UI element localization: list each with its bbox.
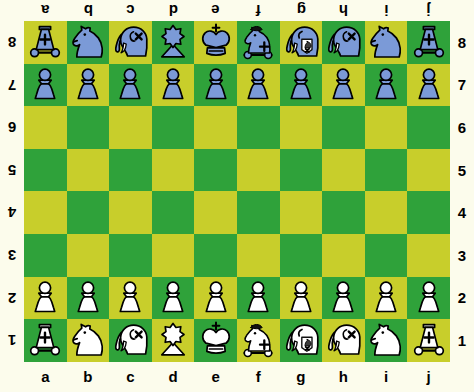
blue-elephant-piece[interactable] <box>323 22 363 62</box>
square-h7[interactable] <box>322 64 365 107</box>
square-b1[interactable] <box>67 319 110 362</box>
blue-warmachine-piece[interactable] <box>25 22 65 62</box>
board <box>24 21 450 362</box>
blue-elephant-piece[interactable] <box>110 22 150 62</box>
square-f6[interactable] <box>237 106 280 149</box>
file-label-bottom-j: j <box>407 361 450 392</box>
square-e2[interactable] <box>194 277 237 320</box>
blue-king-piece[interactable] <box>196 22 236 62</box>
file-label-bottom-i: i <box>365 361 408 392</box>
square-b3[interactable] <box>67 234 110 277</box>
square-g7[interactable] <box>280 64 323 107</box>
square-b7[interactable] <box>67 64 110 107</box>
blue-pawn-piece[interactable] <box>238 65 278 105</box>
white-priestess-piece[interactable] <box>281 320 321 360</box>
rank-label-right-3: 3 <box>450 234 474 277</box>
white-pawn-piece[interactable] <box>409 278 449 318</box>
rank-label-left-7: 7 <box>0 64 24 107</box>
square-a8[interactable] <box>24 21 67 64</box>
square-c2[interactable] <box>109 277 152 320</box>
square-a2[interactable] <box>24 277 67 320</box>
square-a4[interactable] <box>24 191 67 234</box>
square-a3[interactable] <box>24 234 67 277</box>
rank-label-left-3: 3 <box>0 234 24 277</box>
square-j7[interactable] <box>407 64 450 107</box>
file-label-top-f: f <box>237 0 280 21</box>
square-i4[interactable] <box>365 191 408 234</box>
rank-label-left-6: 6 <box>0 106 24 149</box>
square-i8[interactable] <box>365 21 408 64</box>
square-j4[interactable] <box>407 191 450 234</box>
square-c4[interactable] <box>109 191 152 234</box>
white-pawn-piece[interactable] <box>366 278 406 318</box>
square-e5[interactable] <box>194 149 237 192</box>
square-h4[interactable] <box>322 191 365 234</box>
rank-label-left-4: 4 <box>0 191 24 234</box>
square-h6[interactable] <box>322 106 365 149</box>
square-e7[interactable] <box>194 64 237 107</box>
blue-pawn-piece[interactable] <box>68 65 108 105</box>
blue-general-piece[interactable] <box>153 22 193 62</box>
white-warmachine-piece[interactable] <box>409 320 449 360</box>
square-e6[interactable] <box>194 106 237 149</box>
file-labels-top: abcdefghij <box>24 0 450 21</box>
blue-pawn-piece[interactable] <box>281 65 321 105</box>
white-pawn-piece[interactable] <box>68 278 108 318</box>
blue-pawn-piece[interactable] <box>366 65 406 105</box>
square-e1[interactable] <box>194 319 237 362</box>
rank-label-right-6: 6 <box>450 106 474 149</box>
square-a5[interactable] <box>24 149 67 192</box>
rank-labels-left: 87654321 <box>0 21 24 362</box>
file-label-bottom-a: a <box>24 361 67 392</box>
square-d3[interactable] <box>152 234 195 277</box>
square-h8[interactable] <box>322 21 365 64</box>
rank-labels-right: 87654321 <box>450 21 474 362</box>
rank-label-right-1: 1 <box>450 319 474 362</box>
square-h2[interactable] <box>322 277 365 320</box>
white-pawn-piece[interactable] <box>238 278 278 318</box>
file-label-bottom-c: c <box>109 361 152 392</box>
rank-label-right-8: 8 <box>450 21 474 64</box>
square-f5[interactable] <box>237 149 280 192</box>
square-g4[interactable] <box>280 191 323 234</box>
white-elephant-piece[interactable] <box>323 320 363 360</box>
square-e3[interactable] <box>194 234 237 277</box>
square-j1[interactable] <box>407 319 450 362</box>
file-label-bottom-g: g <box>280 361 323 392</box>
square-d4[interactable] <box>152 191 195 234</box>
square-d8[interactable] <box>152 21 195 64</box>
blue-minister-piece[interactable] <box>238 22 278 62</box>
file-label-top-h: h <box>322 0 365 21</box>
white-pawn-piece[interactable] <box>281 278 321 318</box>
square-h1[interactable] <box>322 319 365 362</box>
square-h3[interactable] <box>322 234 365 277</box>
square-f3[interactable] <box>237 234 280 277</box>
white-knight-piece[interactable] <box>68 320 108 360</box>
file-label-top-d: d <box>152 0 195 21</box>
square-j6[interactable] <box>407 106 450 149</box>
square-j5[interactable] <box>407 149 450 192</box>
file-label-bottom-h: h <box>322 361 365 392</box>
square-j3[interactable] <box>407 234 450 277</box>
white-pawn-piece[interactable] <box>323 278 363 318</box>
rank-label-right-4: 4 <box>450 191 474 234</box>
square-a1[interactable] <box>24 319 67 362</box>
square-j2[interactable] <box>407 277 450 320</box>
blue-pawn-piece[interactable] <box>110 65 150 105</box>
blue-pawn-piece[interactable] <box>153 65 193 105</box>
square-f4[interactable] <box>237 191 280 234</box>
square-a7[interactable] <box>24 64 67 107</box>
white-pawn-piece[interactable] <box>196 278 236 318</box>
white-pawn-piece[interactable] <box>153 278 193 318</box>
rank-label-right-5: 5 <box>450 149 474 192</box>
white-pawn-piece[interactable] <box>110 278 150 318</box>
square-c6[interactable] <box>109 106 152 149</box>
white-knight-piece[interactable] <box>366 320 406 360</box>
rank-label-left-1: 1 <box>0 319 24 362</box>
square-g5[interactable] <box>280 149 323 192</box>
square-c8[interactable] <box>109 21 152 64</box>
square-c5[interactable] <box>109 149 152 192</box>
square-i1[interactable] <box>365 319 408 362</box>
file-label-top-i: i <box>365 0 408 21</box>
blue-pawn-piece[interactable] <box>25 65 65 105</box>
rank-label-left-2: 2 <box>0 277 24 320</box>
square-g3[interactable] <box>280 234 323 277</box>
square-f2[interactable] <box>237 277 280 320</box>
square-g8[interactable] <box>280 21 323 64</box>
file-label-bottom-b: b <box>67 361 110 392</box>
square-b5[interactable] <box>67 149 110 192</box>
blue-pawn-piece[interactable] <box>323 65 363 105</box>
file-label-bottom-d: d <box>152 361 195 392</box>
square-i3[interactable] <box>365 234 408 277</box>
blue-warmachine-piece[interactable] <box>409 22 449 62</box>
square-c1[interactable] <box>109 319 152 362</box>
file-label-top-b: b <box>67 0 110 21</box>
white-warmachine-piece[interactable] <box>25 320 65 360</box>
square-b2[interactable] <box>67 277 110 320</box>
white-elephant-piece[interactable] <box>110 320 150 360</box>
blue-knight-piece[interactable] <box>68 22 108 62</box>
white-king-piece[interactable] <box>196 320 236 360</box>
square-f1[interactable] <box>237 319 280 362</box>
square-i6[interactable] <box>365 106 408 149</box>
file-label-top-g: g <box>280 0 323 21</box>
square-b8[interactable] <box>67 21 110 64</box>
white-minister-piece[interactable] <box>238 320 278 360</box>
blue-pawn-piece[interactable] <box>196 65 236 105</box>
square-b4[interactable] <box>67 191 110 234</box>
blue-knight-piece[interactable] <box>366 22 406 62</box>
rank-label-right-2: 2 <box>450 277 474 320</box>
file-label-top-e: e <box>194 0 237 21</box>
square-b6[interactable] <box>67 106 110 149</box>
square-d2[interactable] <box>152 277 195 320</box>
file-label-top-j: j <box>407 0 450 21</box>
chess-variant-board-screen: abcdefghij abcdefghij 87654321 87654321 <box>0 0 474 392</box>
square-i7[interactable] <box>365 64 408 107</box>
square-f7[interactable] <box>237 64 280 107</box>
blue-priestess-piece[interactable] <box>281 22 321 62</box>
square-j8[interactable] <box>407 21 450 64</box>
blue-pawn-piece[interactable] <box>409 65 449 105</box>
square-d6[interactable] <box>152 106 195 149</box>
square-h5[interactable] <box>322 149 365 192</box>
square-d7[interactable] <box>152 64 195 107</box>
square-e4[interactable] <box>194 191 237 234</box>
white-pawn-piece[interactable] <box>25 278 65 318</box>
file-label-bottom-f: f <box>237 361 280 392</box>
square-e8[interactable] <box>194 21 237 64</box>
square-f8[interactable] <box>237 21 280 64</box>
rank-label-right-7: 7 <box>450 64 474 107</box>
rank-label-left-8: 8 <box>0 21 24 64</box>
white-general-piece[interactable] <box>153 320 193 360</box>
square-c3[interactable] <box>109 234 152 277</box>
square-g1[interactable] <box>280 319 323 362</box>
square-g6[interactable] <box>280 106 323 149</box>
square-c7[interactable] <box>109 64 152 107</box>
file-label-bottom-e: e <box>194 361 237 392</box>
square-d1[interactable] <box>152 319 195 362</box>
rank-label-left-5: 5 <box>0 149 24 192</box>
file-label-top-a: a <box>24 0 67 21</box>
file-label-top-c: c <box>109 0 152 21</box>
square-a6[interactable] <box>24 106 67 149</box>
square-d5[interactable] <box>152 149 195 192</box>
square-i5[interactable] <box>365 149 408 192</box>
square-i2[interactable] <box>365 277 408 320</box>
file-labels-bottom: abcdefghij <box>24 361 450 392</box>
square-g2[interactable] <box>280 277 323 320</box>
